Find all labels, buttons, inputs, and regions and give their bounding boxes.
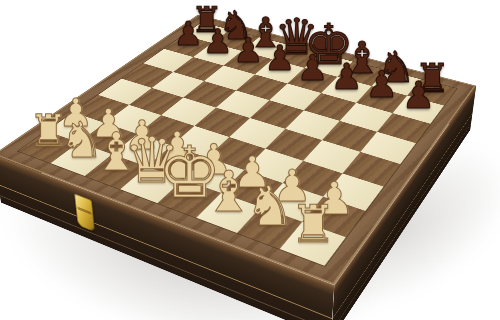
pieces-layer: ♜♞♝♛♚♝♞♜♟♟♟♟♟♟♟♟♟♟♟♟♟♟♟♟♜♞♝♛♚♝♞♜ (0, 0, 500, 320)
piece-black-pawn-g7[interactable]: ♟ (365, 68, 398, 105)
piece-black-pawn-f7[interactable]: ♟ (330, 59, 362, 95)
piece-white-rook-h1[interactable]: ♜ (290, 199, 336, 251)
piece-black-pawn-h7[interactable]: ♟ (402, 77, 436, 114)
piece-black-pawn-b7[interactable]: ♟ (203, 25, 233, 59)
piece-black-pawn-d7[interactable]: ♟ (264, 41, 295, 76)
piece-black-pawn-c7[interactable]: ♟ (233, 33, 264, 67)
chess-set-product-photo: ♜♞♝♛♚♝♞♜♟♟♟♟♟♟♟♟♟♟♟♟♟♟♟♟♜♞♝♛♚♝♞♜ (0, 0, 500, 320)
piece-black-pawn-a7[interactable]: ♟ (173, 18, 203, 51)
piece-white-knight-g1[interactable]: ♞ (245, 180, 295, 235)
piece-black-pawn-e7[interactable]: ♟ (297, 50, 329, 85)
